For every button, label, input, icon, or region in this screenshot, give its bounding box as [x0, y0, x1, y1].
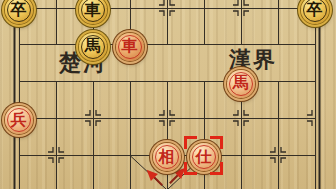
piece-red-soldier-a7[interactable]: 兵 [5, 106, 33, 134]
piece-red-horse-g6[interactable]: 馬 [227, 70, 255, 98]
piece-red-chariot-d5[interactable]: 車 [116, 33, 144, 61]
selected-piece-brackets [184, 136, 223, 175]
piece-black-soldier-i4[interactable]: 卒 [301, 0, 329, 24]
piece-red-elephant-e8[interactable]: 相 [153, 143, 181, 171]
piece-black-chariot-c4[interactable]: 車 [79, 0, 107, 24]
piece-black-horse-c5[interactable]: 馬 [79, 33, 107, 61]
piece-layer: 卒車卒馬車馬兵相仕 [0, 0, 333, 174]
piece-black-soldier-a4[interactable]: 卒 [5, 0, 33, 24]
xiangqi-board: 楚河 漢界 卒車卒馬車馬兵相仕 [0, 0, 336, 189]
